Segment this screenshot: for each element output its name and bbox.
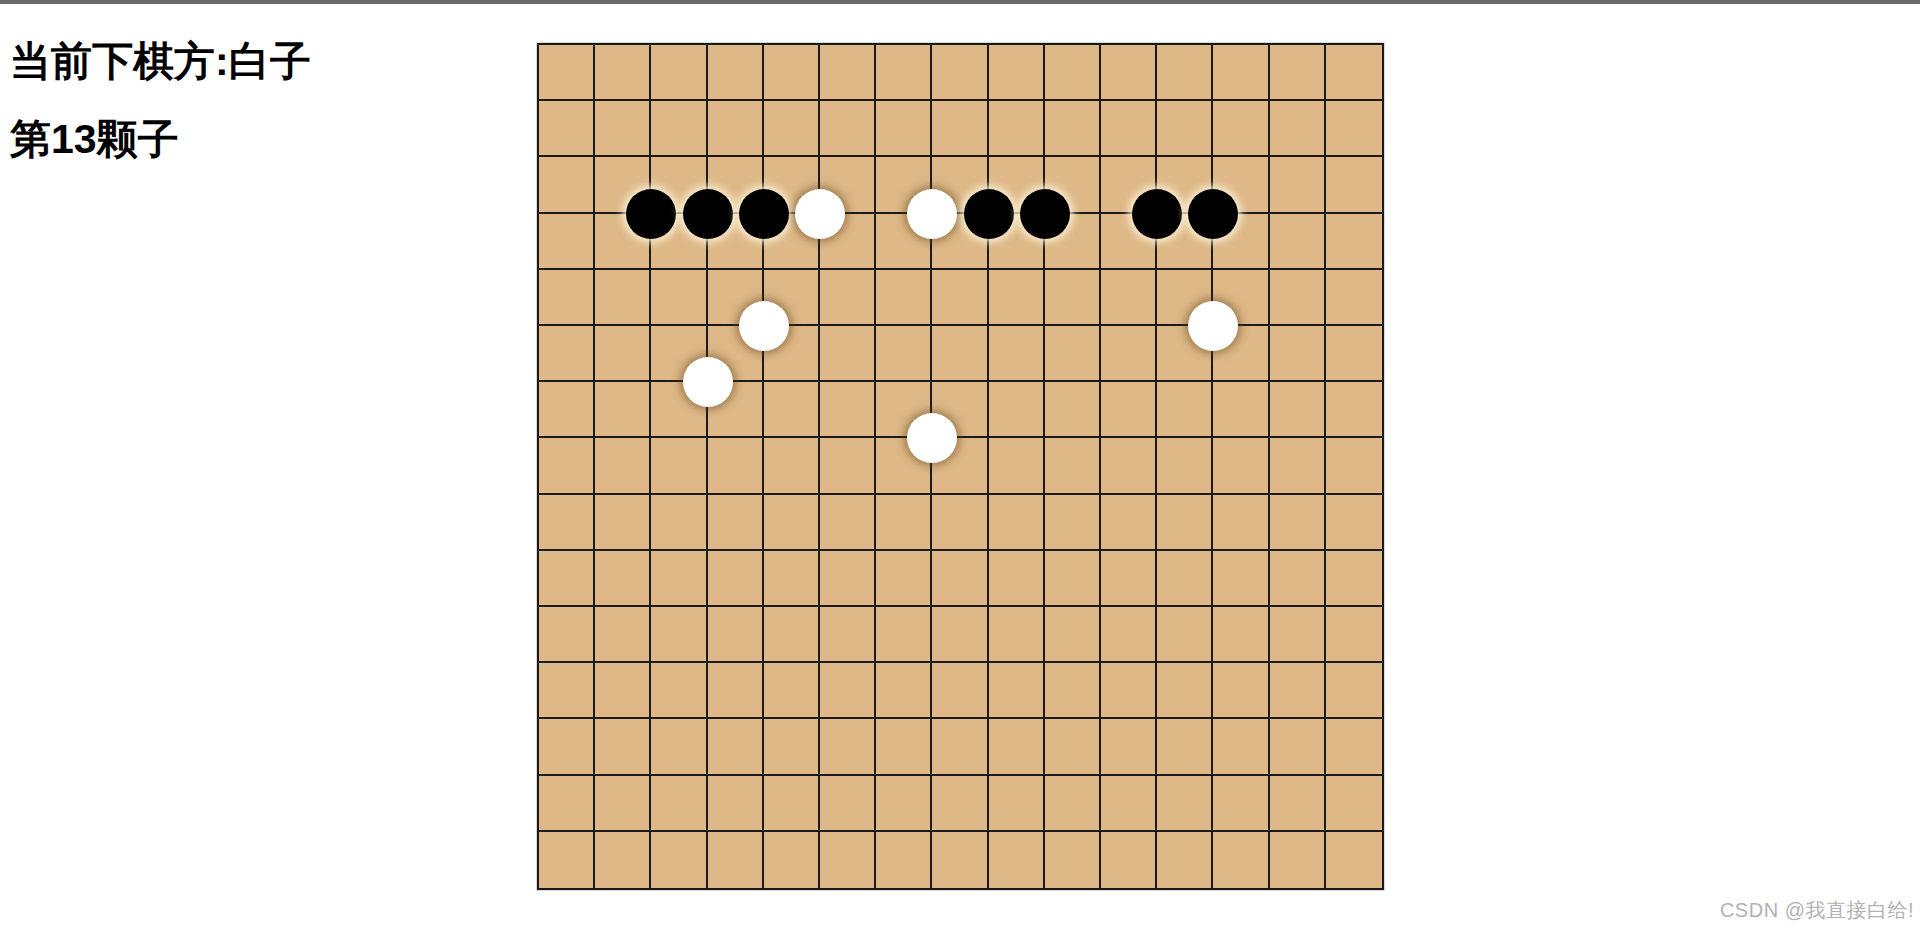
board-cell[interactable] [1213,157,1269,213]
board-cell[interactable] [539,776,595,832]
board-cell[interactable] [1213,270,1269,326]
board-cell[interactable] [876,607,932,663]
board-cell[interactable] [820,551,876,607]
board-cell[interactable] [708,663,764,719]
board-cell[interactable] [764,438,820,494]
board-cell[interactable] [651,663,707,719]
board-cell[interactable] [989,326,1045,382]
board-cell[interactable] [764,607,820,663]
board-cell[interactable] [989,607,1045,663]
board-cell[interactable] [708,719,764,775]
board-cell[interactable] [1270,270,1326,326]
board-cell[interactable] [539,326,595,382]
board-cell[interactable] [539,45,595,101]
board-cell[interactable] [1101,663,1157,719]
board-cell[interactable] [539,719,595,775]
board-cell[interactable] [1157,832,1213,888]
board-cell[interactable] [820,101,876,157]
board-cell[interactable] [1213,101,1269,157]
board-cell[interactable] [1101,157,1157,213]
board-cell[interactable] [1213,551,1269,607]
board-cell[interactable] [1101,214,1157,270]
board-cell[interactable] [1270,45,1326,101]
board-cell[interactable] [1101,607,1157,663]
board-cell[interactable] [1213,495,1269,551]
board-cell[interactable] [1045,438,1101,494]
board-cell[interactable] [1270,719,1326,775]
board-cell[interactable] [820,382,876,438]
board-cell[interactable] [876,157,932,213]
board-cell[interactable] [595,214,651,270]
board-cell[interactable] [876,326,932,382]
board-cell[interactable] [1157,663,1213,719]
board-cell[interactable] [1101,832,1157,888]
board-cell[interactable] [1213,326,1269,382]
board-cell[interactable] [1045,270,1101,326]
board-cell[interactable] [989,382,1045,438]
board-cell[interactable] [539,214,595,270]
board-cell[interactable] [1045,101,1101,157]
board-cell[interactable] [708,157,764,213]
board-cell[interactable] [820,663,876,719]
board-cell[interactable] [539,607,595,663]
board-cell[interactable] [708,495,764,551]
board-cell[interactable] [876,45,932,101]
board-cell[interactable] [708,382,764,438]
board-cell[interactable] [820,719,876,775]
board-cell[interactable] [1045,45,1101,101]
board-cell[interactable] [764,326,820,382]
board-cell[interactable] [989,214,1045,270]
board-cell[interactable] [932,326,988,382]
board-cell[interactable] [1101,438,1157,494]
board-cell[interactable] [595,326,651,382]
board-cell[interactable] [1326,45,1382,101]
board-cell[interactable] [708,214,764,270]
board-cell[interactable] [595,101,651,157]
board-cell[interactable] [876,382,932,438]
board-cell[interactable] [1101,719,1157,775]
board-cell[interactable] [876,270,932,326]
board-cell[interactable] [1045,776,1101,832]
board-cell[interactable] [764,832,820,888]
board-cell[interactable] [1213,832,1269,888]
board-cell[interactable] [708,101,764,157]
board-cell[interactable] [1326,551,1382,607]
board-cell[interactable] [539,832,595,888]
board-cell[interactable] [1101,495,1157,551]
board-cell[interactable] [1157,157,1213,213]
board-cell[interactable] [764,157,820,213]
board-cell[interactable] [595,157,651,213]
board-cell[interactable] [1213,45,1269,101]
board-cell[interactable] [1326,663,1382,719]
board-cell[interactable] [1045,719,1101,775]
board-cell[interactable] [1101,382,1157,438]
board-cell[interactable] [876,438,932,494]
board-cell[interactable] [1157,382,1213,438]
board-cell[interactable] [820,607,876,663]
board-cell[interactable] [932,495,988,551]
board-cell[interactable] [1045,607,1101,663]
board-cell[interactable] [1270,382,1326,438]
board-cell[interactable] [1101,326,1157,382]
board-cell[interactable] [595,607,651,663]
board-cell[interactable] [1045,157,1101,213]
board-cell[interactable] [539,270,595,326]
board-cell[interactable] [651,157,707,213]
board-cell[interactable] [1045,326,1101,382]
board-cell[interactable] [651,776,707,832]
board-cell[interactable] [1213,663,1269,719]
board-cell[interactable] [595,495,651,551]
board-cell[interactable] [1157,45,1213,101]
board-cell[interactable] [1326,326,1382,382]
board-cell[interactable] [932,663,988,719]
board-cell[interactable] [1045,495,1101,551]
board-cell[interactable] [1270,551,1326,607]
current-player-label: 当前下棋方:白子 [10,38,311,85]
board-cell[interactable] [764,551,820,607]
board-cell[interactable] [876,214,932,270]
board-cell[interactable] [1326,438,1382,494]
board-cell[interactable] [764,101,820,157]
board-cell[interactable] [651,382,707,438]
board-cell[interactable] [1045,382,1101,438]
board-cell[interactable] [820,270,876,326]
board-cell[interactable] [764,270,820,326]
watermark: CSDN @我直接白给! [1720,897,1914,924]
board-cell[interactable] [1326,719,1382,775]
board-cell[interactable] [708,551,764,607]
board-cell[interactable] [539,101,595,157]
board-cell[interactable] [989,663,1045,719]
board-cell[interactable] [989,495,1045,551]
board-cell[interactable] [651,101,707,157]
board-cell[interactable] [1270,607,1326,663]
board-cell[interactable] [539,551,595,607]
board-cell[interactable] [1157,551,1213,607]
board-cell[interactable] [1045,663,1101,719]
board-cell[interactable] [1270,663,1326,719]
board-cell[interactable] [595,270,651,326]
board-cell[interactable] [932,45,988,101]
board-cell[interactable] [1157,101,1213,157]
board-cell[interactable] [932,157,988,213]
board-cell[interactable] [932,719,988,775]
board-cell[interactable] [651,495,707,551]
board-cell[interactable] [820,438,876,494]
board-cell[interactable] [1157,719,1213,775]
board-cell[interactable] [1213,607,1269,663]
board-cell[interactable] [932,101,988,157]
board-cell[interactable] [820,776,876,832]
board-cell[interactable] [989,719,1045,775]
board-cell[interactable] [651,270,707,326]
board-cell[interactable] [764,382,820,438]
board-cell[interactable] [1270,438,1326,494]
board-cell[interactable] [764,776,820,832]
board-cell[interactable] [1326,776,1382,832]
board-cell[interactable] [708,45,764,101]
board-cell[interactable] [989,101,1045,157]
board-cell[interactable] [539,382,595,438]
board-cell[interactable] [876,551,932,607]
board-cell[interactable] [1213,719,1269,775]
board-cell[interactable] [764,495,820,551]
board-cell[interactable] [651,551,707,607]
board-cell[interactable] [1157,495,1213,551]
board-cell[interactable] [1213,382,1269,438]
board-cell[interactable] [539,495,595,551]
board-cell[interactable] [932,832,988,888]
board-cell[interactable] [539,438,595,494]
board-cell[interactable] [651,438,707,494]
board-cell[interactable] [595,551,651,607]
board-cell[interactable] [1326,101,1382,157]
board-cell[interactable] [1045,551,1101,607]
board-cell[interactable] [989,157,1045,213]
board-cell[interactable] [1326,214,1382,270]
board-cell[interactable] [1157,776,1213,832]
board-cell[interactable] [764,719,820,775]
board-cell[interactable] [595,719,651,775]
board-cell[interactable] [932,214,988,270]
board-cell[interactable] [1101,551,1157,607]
board-cell[interactable] [820,495,876,551]
board-cell[interactable] [539,157,595,213]
board-cell[interactable] [708,607,764,663]
board-cell[interactable] [1326,270,1382,326]
board-cell[interactable] [876,776,932,832]
board-cell[interactable] [708,776,764,832]
board-cell[interactable] [1045,214,1101,270]
board-cell[interactable] [651,214,707,270]
board-cell[interactable] [1101,101,1157,157]
board-cell[interactable] [595,45,651,101]
board-cell[interactable] [764,45,820,101]
board-cell[interactable] [1326,157,1382,213]
move-counter-label: 第13颗子 [10,116,179,163]
board-cell[interactable] [1270,495,1326,551]
board-cell[interactable] [1326,832,1382,888]
board-cell[interactable] [1101,776,1157,832]
board-cell[interactable] [876,101,932,157]
board-cell[interactable] [708,438,764,494]
board-cell[interactable] [932,382,988,438]
board-cell[interactable] [1213,214,1269,270]
board-cell[interactable] [820,214,876,270]
board-cell[interactable] [1270,214,1326,270]
board-cell[interactable] [820,45,876,101]
board-cell[interactable] [651,607,707,663]
board-cell[interactable] [1157,270,1213,326]
board-cell[interactable] [1270,101,1326,157]
board-cell[interactable] [989,270,1045,326]
board-cell[interactable] [1326,495,1382,551]
board-cell[interactable] [595,382,651,438]
board-cell[interactable] [708,832,764,888]
board-cell[interactable] [1270,832,1326,888]
board-cell[interactable] [989,438,1045,494]
board-cell[interactable] [932,607,988,663]
board-cell[interactable] [876,495,932,551]
board-cell[interactable] [708,270,764,326]
board-cell[interactable] [539,663,595,719]
board-cell[interactable] [764,214,820,270]
board-cell[interactable] [1101,270,1157,326]
board-cell[interactable] [932,776,988,832]
board-cell[interactable] [1157,607,1213,663]
board-cell[interactable] [595,663,651,719]
board-cell[interactable] [595,438,651,494]
board-cell[interactable] [1213,776,1269,832]
board-cell[interactable] [651,45,707,101]
board-cell[interactable] [651,832,707,888]
board-cell[interactable] [1157,438,1213,494]
board-cell[interactable] [820,326,876,382]
board-cell[interactable] [876,663,932,719]
board-cell[interactable] [1270,776,1326,832]
board-cell[interactable] [1326,382,1382,438]
board-cell[interactable] [989,551,1045,607]
board-cell[interactable] [932,270,988,326]
board-cell[interactable] [1270,326,1326,382]
board-cell[interactable] [932,551,988,607]
board-cell[interactable] [1157,214,1213,270]
board-cell[interactable] [989,832,1045,888]
board-cell[interactable] [1326,607,1382,663]
board-cell[interactable] [1270,157,1326,213]
board-cell[interactable] [651,326,707,382]
board-cell[interactable] [651,719,707,775]
board-cell[interactable] [595,776,651,832]
board-cell[interactable] [1213,438,1269,494]
gomoku-board[interactable] [537,43,1384,890]
board-cell[interactable] [876,832,932,888]
board-cell[interactable] [595,832,651,888]
board-cell[interactable] [932,438,988,494]
top-divider-bar [0,0,1920,4]
board-cell[interactable] [1157,326,1213,382]
board-cell[interactable] [708,326,764,382]
board-cell[interactable] [820,832,876,888]
board-cell[interactable] [1101,45,1157,101]
board-cell[interactable] [820,157,876,213]
board-cell[interactable] [876,719,932,775]
board-cell[interactable] [1045,832,1101,888]
board-cell[interactable] [989,45,1045,101]
board-cell[interactable] [989,776,1045,832]
board-cell[interactable] [764,663,820,719]
